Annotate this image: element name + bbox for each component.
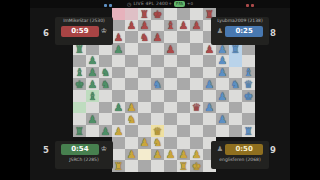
yellow-queen[interactable]: ♛ [153,125,162,136]
square[interactable] [138,149,151,161]
square[interactable] [99,90,112,102]
square[interactable] [177,125,190,137]
green-knight[interactable]: ♞ [101,78,110,89]
green-knight[interactable]: ♞ [101,67,110,78]
yellow-pawn[interactable]: ♟ [166,149,175,160]
square[interactable] [125,31,138,43]
red-pawn[interactable]: ♟ [127,20,136,31]
square[interactable] [138,55,151,67]
square[interactable] [229,102,242,114]
square[interactable]: ♟ [86,113,99,125]
letterbox-left [0,0,30,180]
red-indicator-2 [251,4,254,7]
square[interactable] [190,125,203,137]
square[interactable] [138,78,151,90]
square[interactable] [177,31,190,43]
square[interactable]: ♚ [190,160,203,172]
yellow-king[interactable]: ♚ [192,160,201,171]
red-pawn[interactable]: ♟ [140,20,149,31]
square[interactable] [203,113,216,125]
clock-red: 0:59 [61,26,99,37]
player-name-green: JSRCh (2285) [55,157,113,163]
square[interactable] [177,102,190,114]
square[interactable]: ♛ [190,102,203,114]
green-pawn[interactable]: ♟ [114,102,123,113]
blue-knight[interactable]: ♞ [153,78,162,89]
square[interactable]: ♟ [112,125,125,137]
blue-king[interactable]: ♚ [244,90,253,101]
player-panel-yellow: ♟ 0:50 englisferen (2068) [211,141,269,169]
red-bishop[interactable]: ♝ [166,20,175,31]
square[interactable] [164,90,177,102]
yellow-pawn[interactable]: ♟ [153,149,162,160]
red-pawn[interactable]: ♟ [192,20,201,31]
square[interactable] [112,55,125,67]
square[interactable] [73,90,86,102]
square[interactable]: ♞ [229,78,242,90]
square[interactable] [138,102,151,114]
player-name-blue: Lyubma2009 (2138) [211,18,269,24]
square[interactable] [151,102,164,114]
square[interactable] [229,113,242,125]
red-pawn[interactable]: ♟ [166,43,175,54]
square[interactable] [112,78,125,90]
square[interactable]: ♟ [177,20,190,32]
blue-pawn[interactable]: ♟ [218,55,227,66]
player-panel-red: ImMikeStar (2530) 0:59 ♔ [55,17,113,45]
clock-blue: 0:25 [225,26,263,37]
yellow-pawn[interactable]: ♟ [179,149,188,160]
clock-icon: ◷ [127,0,131,8]
square[interactable] [138,113,151,125]
pawn-icon-yellow: ♟ [217,145,223,153]
blue-pawn[interactable]: ♟ [205,102,214,113]
square[interactable]: ♚ [73,78,86,90]
player-name-red: ImMikeStar (2530) [55,18,113,24]
square[interactable] [164,113,177,125]
red-pawn[interactable]: ♟ [114,32,123,43]
score-red: 6 [40,28,52,38]
square[interactable] [151,55,164,67]
square[interactable]: ♚ [242,90,255,102]
square[interactable]: ♜ [242,125,255,137]
square[interactable] [151,160,164,172]
title-suffix: +0 [187,0,193,8]
square[interactable]: ♟ [216,90,229,102]
square[interactable] [138,90,151,102]
blue-pawn[interactable]: ♟ [218,67,227,78]
square[interactable]: ♟ [112,102,125,114]
square[interactable] [125,78,138,90]
screenshot-canvas: ◷ LIVE 4PL 2400+ FFA +0 ♜♚♜♟♟♝♟♟♟♞♟♜♟♟♟♟… [0,0,320,180]
square[interactable] [177,43,190,55]
square[interactable] [112,67,125,79]
square[interactable] [164,102,177,114]
blue-knight[interactable]: ♞ [231,78,240,89]
green-pawn[interactable]: ♟ [88,78,97,89]
square[interactable] [177,113,190,125]
square[interactable]: ♟ [216,113,229,125]
square[interactable] [242,102,255,114]
red-knight[interactable]: ♞ [140,32,149,43]
square[interactable] [125,67,138,79]
score-yellow: 9 [267,145,279,155]
yellow-pawn[interactable]: ♟ [192,149,201,160]
square[interactable]: ♟ [151,31,164,43]
green-pawn[interactable]: ♟ [101,125,110,136]
blue-rook[interactable]: ♜ [244,125,253,136]
square[interactable] [138,67,151,79]
square[interactable]: ♟ [203,78,216,90]
square[interactable] [190,43,203,55]
blue-indicator-2 [109,4,112,7]
red-pawn[interactable]: ♟ [179,20,188,31]
clock-green: 0:54 [61,144,99,155]
green-king[interactable]: ♚ [75,78,84,89]
red-king[interactable]: ♚ [153,8,162,19]
square[interactable] [164,67,177,79]
square[interactable]: ♟ [125,20,138,32]
yellow-pawn[interactable]: ♟ [140,137,149,148]
green-rook[interactable]: ♜ [75,125,84,136]
crown-icon: ♔ [101,27,107,35]
square[interactable] [112,137,125,149]
yellow-pawn[interactable]: ♟ [114,125,123,136]
square[interactable]: ♜ [73,125,86,137]
green-bishop[interactable]: ♝ [75,67,84,78]
red-indicator-1 [246,4,249,7]
red-pawn[interactable]: ♟ [153,32,162,43]
square[interactable] [112,8,125,20]
square[interactable] [190,31,203,43]
square[interactable] [164,125,177,137]
square[interactable]: ♝ [86,90,99,102]
yellow-rook[interactable]: ♜ [114,160,123,171]
square[interactable] [190,67,203,79]
square[interactable]: ♟ [151,149,164,161]
square[interactable] [125,125,138,137]
pawn-icon-blue: ♟ [217,27,223,35]
square[interactable]: ♟ [203,102,216,114]
green-pawn[interactable]: ♟ [88,67,97,78]
blue-queen[interactable]: ♛ [244,78,253,89]
square[interactable] [125,43,138,55]
blue-pawn[interactable]: ♟ [218,90,227,101]
square[interactable]: ♜ [112,160,125,172]
video-content: ◷ LIVE 4PL 2400+ FFA +0 ♜♚♜♟♟♝♟♟♟♞♟♜♟♟♟♟… [30,0,290,180]
square[interactable]: ♟ [99,125,112,137]
square[interactable]: ♟ [164,149,177,161]
player-panel-green: 0:54 ♔ JSRCh (2285) [55,141,113,169]
letterbox-right [290,0,320,180]
square[interactable] [229,55,242,67]
square[interactable] [164,78,177,90]
green-pawn[interactable]: ♟ [88,114,97,125]
square[interactable] [190,113,203,125]
square[interactable]: ♟ [112,43,125,55]
square[interactable] [99,102,112,114]
blue-pawn[interactable]: ♟ [218,114,227,125]
score-green: 5 [40,145,52,155]
square[interactable]: ♟ [216,67,229,79]
square[interactable]: ♞ [125,113,138,125]
square[interactable] [177,55,190,67]
square[interactable] [229,125,242,137]
green-pawn[interactable]: ♟ [88,55,97,66]
square[interactable] [203,55,216,67]
square[interactable] [190,78,203,90]
player-name-yellow: englisferen (2068) [211,157,269,163]
square[interactable] [177,90,190,102]
blue-bishop[interactable]: ♝ [244,67,253,78]
square[interactable]: ♟ [190,20,203,32]
square[interactable]: ♟ [138,137,151,149]
square[interactable] [229,90,242,102]
yellow-pawn[interactable]: ♟ [127,102,136,113]
square[interactable] [151,90,164,102]
square[interactable] [125,55,138,67]
square[interactable] [164,55,177,67]
blue-pawn[interactable]: ♟ [205,78,214,89]
square[interactable]: ♞ [138,31,151,43]
yellow-pawn[interactable]: ♟ [127,149,136,160]
square[interactable]: ♚ [151,8,164,20]
crown-icon-green: ♔ [101,145,107,153]
red-rook[interactable]: ♜ [140,8,149,19]
square[interactable] [125,160,138,172]
square[interactable]: ♞ [99,78,112,90]
square[interactable]: ♝ [164,20,177,32]
square[interactable] [203,125,216,137]
score-blue: 8 [267,28,279,38]
green-bishop[interactable]: ♝ [88,90,97,101]
yellow-rook[interactable]: ♜ [179,160,188,171]
square[interactable] [86,125,99,137]
red-queen[interactable]: ♛ [192,102,201,113]
game-mode-badge: FFA [174,1,185,7]
square[interactable]: ♜ [177,160,190,172]
square[interactable] [190,55,203,67]
square[interactable] [164,160,177,172]
square[interactable] [177,67,190,79]
square[interactable]: ♞ [151,78,164,90]
yellow-knight[interactable]: ♞ [153,137,162,148]
square[interactable] [177,78,190,90]
square[interactable] [151,43,164,55]
player-panel-blue: Lyubma2009 (2138) ♟ 0:25 [211,17,269,45]
yellow-knight[interactable]: ♞ [127,114,136,125]
clock-yellow: 0:50 [225,144,263,155]
blue-indicator-1 [104,4,107,7]
square[interactable] [73,102,86,114]
square[interactable]: ♟ [125,149,138,161]
square[interactable]: ♟ [164,43,177,55]
square[interactable] [216,125,229,137]
square[interactable] [138,43,151,55]
green-pawn[interactable]: ♟ [114,43,123,54]
square[interactable] [138,160,151,172]
